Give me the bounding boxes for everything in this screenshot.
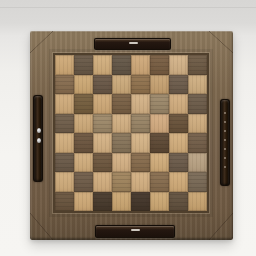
playing-area bbox=[53, 53, 209, 213]
square-g5[interactable] bbox=[169, 114, 188, 134]
background-seam-line bbox=[0, 7, 256, 8]
square-d4[interactable] bbox=[112, 133, 131, 153]
chessboard bbox=[30, 31, 233, 240]
square-a8[interactable] bbox=[55, 55, 74, 75]
square-h1[interactable] bbox=[188, 192, 207, 212]
square-c1[interactable] bbox=[93, 192, 112, 212]
square-g1[interactable] bbox=[169, 192, 188, 212]
photo-background bbox=[0, 0, 256, 256]
top-inlay bbox=[94, 38, 171, 50]
square-h3[interactable] bbox=[188, 153, 207, 173]
square-e2[interactable] bbox=[131, 172, 150, 192]
square-a1[interactable] bbox=[55, 192, 74, 212]
square-b4[interactable] bbox=[74, 133, 93, 153]
square-d7[interactable] bbox=[112, 75, 131, 95]
square-c6[interactable] bbox=[93, 94, 112, 114]
square-h5[interactable] bbox=[188, 114, 207, 134]
handle-screw bbox=[37, 138, 41, 143]
square-f4[interactable] bbox=[150, 133, 169, 153]
right-handle bbox=[220, 99, 230, 186]
square-c2[interactable] bbox=[93, 172, 112, 192]
square-e8[interactable] bbox=[131, 55, 150, 75]
square-c7[interactable] bbox=[93, 75, 112, 95]
square-f1[interactable] bbox=[150, 192, 169, 212]
handle-speckles bbox=[224, 112, 226, 174]
square-e7[interactable] bbox=[131, 75, 150, 95]
square-c3[interactable] bbox=[93, 153, 112, 173]
square-f7[interactable] bbox=[150, 75, 169, 95]
square-h7[interactable] bbox=[188, 75, 207, 95]
square-a6[interactable] bbox=[55, 94, 74, 114]
square-e3[interactable] bbox=[131, 153, 150, 173]
square-b3[interactable] bbox=[74, 153, 93, 173]
square-c8[interactable] bbox=[93, 55, 112, 75]
square-a7[interactable] bbox=[55, 75, 74, 95]
square-c4[interactable] bbox=[93, 133, 112, 153]
square-d3[interactable] bbox=[112, 153, 131, 173]
square-a2[interactable] bbox=[55, 172, 74, 192]
handle-screw bbox=[37, 128, 41, 133]
square-g7[interactable] bbox=[169, 75, 188, 95]
frame-mitre-seam-top-right bbox=[209, 31, 233, 53]
bottom-inlay bbox=[95, 225, 175, 238]
square-g4[interactable] bbox=[169, 133, 188, 153]
square-g2[interactable] bbox=[169, 172, 188, 192]
square-h4[interactable] bbox=[188, 133, 207, 153]
square-e5[interactable] bbox=[131, 114, 150, 134]
square-g8[interactable] bbox=[169, 55, 188, 75]
square-a5[interactable] bbox=[55, 114, 74, 134]
square-f3[interactable] bbox=[150, 153, 169, 173]
square-d8[interactable] bbox=[112, 55, 131, 75]
inlay-glint bbox=[129, 42, 138, 44]
square-f2[interactable] bbox=[150, 172, 169, 192]
square-b1[interactable] bbox=[74, 192, 93, 212]
square-b2[interactable] bbox=[74, 172, 93, 192]
square-b5[interactable] bbox=[74, 114, 93, 134]
square-d5[interactable] bbox=[112, 114, 131, 134]
square-c5[interactable] bbox=[93, 114, 112, 134]
square-a3[interactable] bbox=[55, 153, 74, 173]
frame-mitre-seam-bottom-left bbox=[30, 213, 53, 240]
square-e4[interactable] bbox=[131, 133, 150, 153]
square-b6[interactable] bbox=[74, 94, 93, 114]
square-f8[interactable] bbox=[150, 55, 169, 75]
square-d2[interactable] bbox=[112, 172, 131, 192]
square-f6[interactable] bbox=[150, 94, 169, 114]
frame-mitre-seam-bottom-right bbox=[209, 213, 233, 240]
left-handle bbox=[33, 95, 43, 182]
square-e6[interactable] bbox=[131, 94, 150, 114]
square-g6[interactable] bbox=[169, 94, 188, 114]
square-g3[interactable] bbox=[169, 153, 188, 173]
square-e1[interactable] bbox=[131, 192, 150, 212]
square-h6[interactable] bbox=[188, 94, 207, 114]
square-b7[interactable] bbox=[74, 75, 93, 95]
square-h8[interactable] bbox=[188, 55, 207, 75]
square-b8[interactable] bbox=[74, 55, 93, 75]
frame-mitre-seam-top-left bbox=[30, 31, 53, 53]
square-f5[interactable] bbox=[150, 114, 169, 134]
square-d6[interactable] bbox=[112, 94, 131, 114]
square-d1[interactable] bbox=[112, 192, 131, 212]
inlay-glint bbox=[131, 229, 140, 231]
square-a4[interactable] bbox=[55, 133, 74, 153]
square-h2[interactable] bbox=[188, 172, 207, 192]
